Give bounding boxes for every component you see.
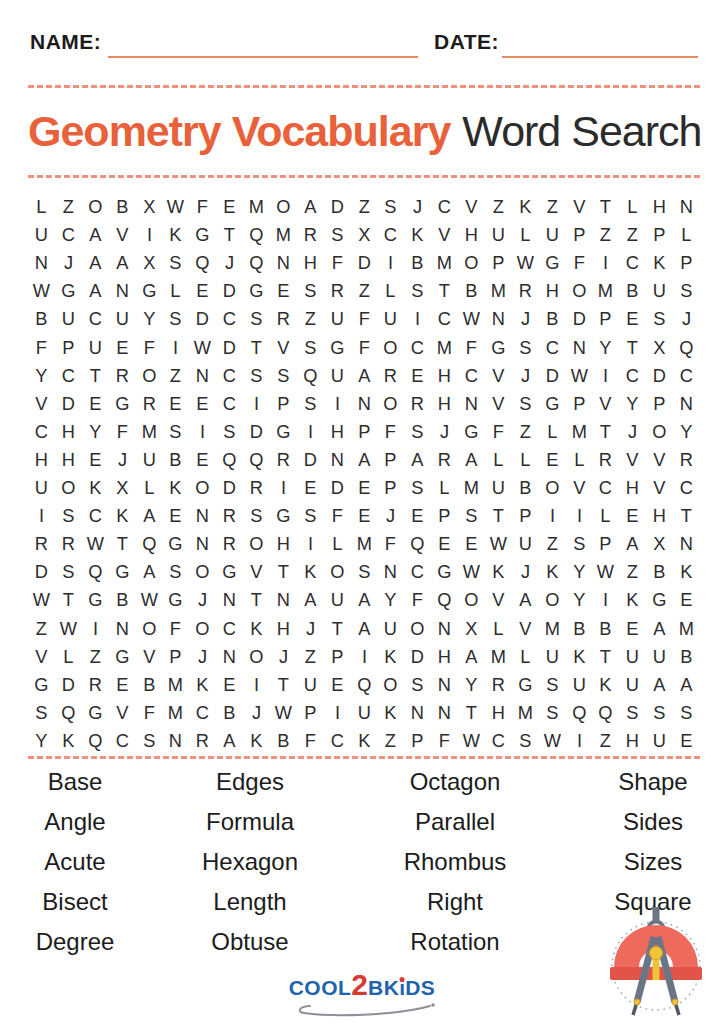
- grid-cell[interactable]: S: [674, 699, 700, 727]
- grid-cell[interactable]: S: [674, 277, 700, 305]
- grid-cell[interactable]: O: [136, 615, 162, 643]
- grid-cell[interactable]: E: [674, 586, 700, 614]
- grid-cell[interactable]: U: [29, 221, 55, 249]
- grid-cell[interactable]: H: [620, 727, 646, 755]
- grid-cell[interactable]: F: [136, 334, 162, 362]
- grid-cell[interactable]: G: [459, 418, 485, 446]
- grid-cell[interactable]: T: [244, 586, 270, 614]
- grid-cell[interactable]: H: [647, 502, 673, 530]
- grid-cell[interactable]: Z: [351, 277, 377, 305]
- grid-cell[interactable]: H: [55, 418, 81, 446]
- grid-cell[interactable]: N: [459, 390, 485, 418]
- grid-cell[interactable]: X: [647, 334, 673, 362]
- grid-cell[interactable]: S: [55, 558, 81, 586]
- grid-cell[interactable]: M: [163, 699, 189, 727]
- grid-cell[interactable]: D: [55, 671, 81, 699]
- grid-cell[interactable]: D: [324, 474, 350, 502]
- grid-cell[interactable]: S: [405, 277, 431, 305]
- grid-cell[interactable]: T: [593, 643, 619, 671]
- grid-cell[interactable]: V: [29, 643, 55, 671]
- grid-cell[interactable]: E: [190, 277, 216, 305]
- grid-cell[interactable]: X: [109, 474, 135, 502]
- grid-cell[interactable]: N: [566, 334, 592, 362]
- grid-cell[interactable]: B: [459, 277, 485, 305]
- grid-cell[interactable]: B: [539, 305, 565, 333]
- grid-cell[interactable]: X: [647, 530, 673, 558]
- grid-cell[interactable]: C: [217, 615, 243, 643]
- grid-cell[interactable]: S: [217, 418, 243, 446]
- grid-cell[interactable]: J: [512, 558, 538, 586]
- grid-cell[interactable]: K: [55, 727, 81, 755]
- grid-cell[interactable]: N: [432, 615, 458, 643]
- grid-cell[interactable]: R: [485, 671, 511, 699]
- grid-cell[interactable]: P: [485, 249, 511, 277]
- grid-cell[interactable]: B: [405, 249, 431, 277]
- grid-cell[interactable]: C: [190, 699, 216, 727]
- grid-cell[interactable]: E: [297, 474, 323, 502]
- grid-cell[interactable]: G: [217, 558, 243, 586]
- grid-cell[interactable]: Y: [29, 362, 55, 390]
- grid-cell[interactable]: B: [593, 615, 619, 643]
- grid-cell[interactable]: L: [485, 615, 511, 643]
- grid-cell[interactable]: A: [405, 446, 431, 474]
- grid-cell[interactable]: U: [136, 446, 162, 474]
- grid-cell[interactable]: P: [163, 643, 189, 671]
- grid-cell[interactable]: S: [244, 502, 270, 530]
- grid-cell[interactable]: P: [647, 221, 673, 249]
- grid-cell[interactable]: H: [270, 615, 296, 643]
- grid-cell[interactable]: W: [539, 727, 565, 755]
- grid-cell[interactable]: I: [244, 390, 270, 418]
- grid-cell[interactable]: A: [136, 558, 162, 586]
- grid-cell[interactable]: M: [244, 193, 270, 221]
- grid-cell[interactable]: C: [217, 305, 243, 333]
- grid-cell[interactable]: E: [351, 474, 377, 502]
- grid-cell[interactable]: Y: [459, 671, 485, 699]
- grid-cell[interactable]: I: [136, 221, 162, 249]
- grid-cell[interactable]: E: [163, 390, 189, 418]
- grid-cell[interactable]: A: [674, 671, 700, 699]
- grid-cell[interactable]: P: [405, 727, 431, 755]
- grid-cell[interactable]: L: [324, 530, 350, 558]
- grid-cell[interactable]: V: [566, 193, 592, 221]
- grid-cell[interactable]: T: [485, 502, 511, 530]
- grid-cell[interactable]: M: [163, 671, 189, 699]
- grid-cell[interactable]: P: [55, 334, 81, 362]
- grid-cell[interactable]: F: [324, 249, 350, 277]
- grid-cell[interactable]: E: [82, 390, 108, 418]
- grid-cell[interactable]: A: [459, 446, 485, 474]
- grid-cell[interactable]: H: [55, 446, 81, 474]
- grid-cell[interactable]: L: [620, 193, 646, 221]
- grid-cell[interactable]: H: [459, 221, 485, 249]
- grid-cell[interactable]: K: [378, 643, 404, 671]
- grid-cell[interactable]: R: [297, 221, 323, 249]
- grid-cell[interactable]: V: [593, 390, 619, 418]
- grid-cell[interactable]: Q: [244, 221, 270, 249]
- grid-cell[interactable]: U: [539, 643, 565, 671]
- grid-cell[interactable]: N: [270, 249, 296, 277]
- grid-cell[interactable]: R: [378, 362, 404, 390]
- grid-cell[interactable]: S: [405, 671, 431, 699]
- grid-cell[interactable]: M: [432, 334, 458, 362]
- grid-cell[interactable]: P: [432, 502, 458, 530]
- grid-cell[interactable]: T: [82, 362, 108, 390]
- grid-cell[interactable]: J: [190, 643, 216, 671]
- grid-cell[interactable]: V: [109, 699, 135, 727]
- grid-cell[interactable]: S: [244, 305, 270, 333]
- grid-cell[interactable]: R: [270, 446, 296, 474]
- grid-cell[interactable]: N: [674, 530, 700, 558]
- grid-cell[interactable]: I: [566, 502, 592, 530]
- grid-cell[interactable]: R: [29, 530, 55, 558]
- grid-cell[interactable]: L: [163, 277, 189, 305]
- grid-cell[interactable]: X: [136, 193, 162, 221]
- grid-cell[interactable]: H: [432, 390, 458, 418]
- grid-cell[interactable]: U: [647, 277, 673, 305]
- grid-cell[interactable]: I: [324, 699, 350, 727]
- grid-cell[interactable]: Z: [82, 643, 108, 671]
- grid-cell[interactable]: J: [512, 305, 538, 333]
- grid-cell[interactable]: R: [270, 305, 296, 333]
- grid-cell[interactable]: F: [566, 249, 592, 277]
- grid-cell[interactable]: T: [459, 699, 485, 727]
- grid-cell[interactable]: E: [432, 530, 458, 558]
- grid-cell[interactable]: O: [566, 277, 592, 305]
- grid-cell[interactable]: V: [459, 193, 485, 221]
- grid-cell[interactable]: F: [136, 699, 162, 727]
- grid-cell[interactable]: T: [593, 418, 619, 446]
- grid-cell[interactable]: B: [620, 277, 646, 305]
- grid-cell[interactable]: S: [539, 671, 565, 699]
- grid-cell[interactable]: N: [405, 699, 431, 727]
- grid-cell[interactable]: V: [109, 221, 135, 249]
- grid-cell[interactable]: W: [459, 558, 485, 586]
- grid-cell[interactable]: Z: [55, 193, 81, 221]
- grid-cell[interactable]: H: [324, 418, 350, 446]
- grid-cell[interactable]: E: [163, 502, 189, 530]
- grid-cell[interactable]: S: [163, 249, 189, 277]
- grid-cell[interactable]: V: [29, 390, 55, 418]
- grid-cell[interactable]: L: [512, 221, 538, 249]
- grid-cell[interactable]: C: [539, 334, 565, 362]
- grid-cell[interactable]: D: [217, 334, 243, 362]
- grid-cell[interactable]: C: [217, 390, 243, 418]
- grid-cell[interactable]: P: [378, 474, 404, 502]
- grid-cell[interactable]: M: [593, 277, 619, 305]
- grid-cell[interactable]: V: [485, 586, 511, 614]
- grid-cell[interactable]: G: [270, 502, 296, 530]
- grid-cell[interactable]: Q: [244, 249, 270, 277]
- grid-cell[interactable]: I: [405, 305, 431, 333]
- grid-cell[interactable]: D: [217, 277, 243, 305]
- grid-cell[interactable]: F: [297, 727, 323, 755]
- grid-cell[interactable]: R: [674, 446, 700, 474]
- grid-cell[interactable]: R: [244, 474, 270, 502]
- grid-cell[interactable]: E: [674, 727, 700, 755]
- grid-cell[interactable]: P: [351, 418, 377, 446]
- grid-cell[interactable]: N: [324, 446, 350, 474]
- grid-cell[interactable]: V: [647, 446, 673, 474]
- grid-cell[interactable]: O: [190, 474, 216, 502]
- grid-cell[interactable]: N: [217, 643, 243, 671]
- grid-cell[interactable]: C: [29, 418, 55, 446]
- grid-cell[interactable]: R: [405, 390, 431, 418]
- grid-cell[interactable]: T: [217, 221, 243, 249]
- grid-cell[interactable]: R: [324, 277, 350, 305]
- grid-cell[interactable]: Q: [82, 558, 108, 586]
- grid-cell[interactable]: C: [82, 502, 108, 530]
- grid-cell[interactable]: U: [297, 671, 323, 699]
- grid-cell[interactable]: O: [378, 390, 404, 418]
- grid-cell[interactable]: J: [432, 418, 458, 446]
- grid-cell[interactable]: Y: [378, 586, 404, 614]
- grid-cell[interactable]: N: [190, 362, 216, 390]
- grid-cell[interactable]: N: [674, 193, 700, 221]
- grid-cell[interactable]: R: [190, 727, 216, 755]
- grid-cell[interactable]: S: [512, 334, 538, 362]
- grid-cell[interactable]: N: [378, 558, 404, 586]
- grid-cell[interactable]: Z: [593, 221, 619, 249]
- grid-cell[interactable]: L: [539, 418, 565, 446]
- grid-cell[interactable]: B: [270, 727, 296, 755]
- grid-cell[interactable]: U: [620, 671, 646, 699]
- grid-cell[interactable]: R: [432, 446, 458, 474]
- grid-cell[interactable]: N: [351, 390, 377, 418]
- grid-cell[interactable]: T: [109, 530, 135, 558]
- grid-cell[interactable]: P: [593, 305, 619, 333]
- grid-cell[interactable]: L: [512, 446, 538, 474]
- grid-cell[interactable]: L: [593, 502, 619, 530]
- grid-cell[interactable]: K: [485, 558, 511, 586]
- grid-cell[interactable]: C: [593, 474, 619, 502]
- grid-cell[interactable]: L: [566, 446, 592, 474]
- grid-cell[interactable]: Z: [620, 221, 646, 249]
- grid-cell[interactable]: M: [432, 249, 458, 277]
- grid-cell[interactable]: I: [29, 502, 55, 530]
- grid-cell[interactable]: I: [297, 418, 323, 446]
- grid-cell[interactable]: G: [485, 334, 511, 362]
- grid-cell[interactable]: S: [297, 334, 323, 362]
- grid-cell[interactable]: S: [324, 221, 350, 249]
- grid-cell[interactable]: V: [270, 334, 296, 362]
- grid-cell[interactable]: G: [163, 530, 189, 558]
- grid-cell[interactable]: E: [82, 446, 108, 474]
- grid-cell[interactable]: J: [405, 193, 431, 221]
- grid-cell[interactable]: X: [459, 615, 485, 643]
- grid-cell[interactable]: M: [351, 530, 377, 558]
- grid-cell[interactable]: L: [378, 277, 404, 305]
- grid-cell[interactable]: N: [163, 727, 189, 755]
- grid-cell[interactable]: E: [620, 305, 646, 333]
- grid-cell[interactable]: F: [485, 418, 511, 446]
- grid-cell[interactable]: O: [647, 418, 673, 446]
- grid-cell[interactable]: C: [82, 305, 108, 333]
- grid-cell[interactable]: J: [217, 249, 243, 277]
- grid-cell[interactable]: B: [29, 305, 55, 333]
- grid-cell[interactable]: T: [432, 277, 458, 305]
- grid-cell[interactable]: U: [351, 699, 377, 727]
- grid-cell[interactable]: U: [620, 643, 646, 671]
- grid-cell[interactable]: C: [324, 727, 350, 755]
- grid-cell[interactable]: C: [485, 727, 511, 755]
- grid-cell[interactable]: B: [109, 586, 135, 614]
- grid-cell[interactable]: I: [190, 418, 216, 446]
- grid-cell[interactable]: C: [674, 474, 700, 502]
- grid-cell[interactable]: W: [270, 699, 296, 727]
- grid-cell[interactable]: G: [109, 390, 135, 418]
- grid-cell[interactable]: P: [324, 643, 350, 671]
- grid-cell[interactable]: S: [647, 305, 673, 333]
- grid-cell[interactable]: R: [82, 671, 108, 699]
- grid-cell[interactable]: G: [190, 221, 216, 249]
- grid-cell[interactable]: E: [620, 502, 646, 530]
- grid-cell[interactable]: E: [217, 193, 243, 221]
- grid-cell[interactable]: D: [190, 305, 216, 333]
- grid-cell[interactable]: R: [217, 502, 243, 530]
- grid-cell[interactable]: C: [620, 362, 646, 390]
- grid-cell[interactable]: U: [29, 474, 55, 502]
- grid-cell[interactable]: S: [163, 418, 189, 446]
- grid-cell[interactable]: I: [82, 615, 108, 643]
- grid-cell[interactable]: H: [29, 446, 55, 474]
- grid-cell[interactable]: J: [270, 643, 296, 671]
- grid-cell[interactable]: X: [136, 249, 162, 277]
- grid-cell[interactable]: D: [647, 362, 673, 390]
- grid-cell[interactable]: A: [217, 727, 243, 755]
- grid-cell[interactable]: B: [217, 699, 243, 727]
- grid-cell[interactable]: Y: [593, 334, 619, 362]
- grid-cell[interactable]: C: [405, 558, 431, 586]
- grid-cell[interactable]: Z: [29, 615, 55, 643]
- grid-cell[interactable]: L: [55, 643, 81, 671]
- grid-cell[interactable]: O: [405, 615, 431, 643]
- grid-cell[interactable]: M: [485, 277, 511, 305]
- grid-cell[interactable]: Y: [566, 586, 592, 614]
- grid-cell[interactable]: L: [29, 193, 55, 221]
- grid-cell[interactable]: L: [512, 643, 538, 671]
- grid-cell[interactable]: W: [82, 530, 108, 558]
- grid-cell[interactable]: Y: [82, 418, 108, 446]
- grid-cell[interactable]: B: [109, 193, 135, 221]
- grid-cell[interactable]: F: [190, 193, 216, 221]
- grid-cell[interactable]: O: [539, 586, 565, 614]
- grid-cell[interactable]: A: [297, 586, 323, 614]
- grid-cell[interactable]: U: [485, 221, 511, 249]
- grid-cell[interactable]: H: [432, 643, 458, 671]
- grid-cell[interactable]: O: [539, 474, 565, 502]
- grid-cell[interactable]: W: [593, 558, 619, 586]
- grid-cell[interactable]: A: [109, 249, 135, 277]
- grid-cell[interactable]: S: [405, 474, 431, 502]
- grid-cell[interactable]: K: [647, 249, 673, 277]
- grid-cell[interactable]: P: [566, 390, 592, 418]
- grid-cell[interactable]: N: [190, 530, 216, 558]
- grid-cell[interactable]: U: [324, 305, 350, 333]
- grid-cell[interactable]: O: [324, 558, 350, 586]
- grid-cell[interactable]: F: [163, 615, 189, 643]
- grid-cell[interactable]: F: [405, 586, 431, 614]
- grid-cell[interactable]: K: [190, 671, 216, 699]
- grid-cell[interactable]: Y: [136, 305, 162, 333]
- grid-cell[interactable]: H: [297, 249, 323, 277]
- grid-cell[interactable]: Q: [593, 699, 619, 727]
- grid-cell[interactable]: Q: [55, 699, 81, 727]
- grid-cell[interactable]: V: [620, 446, 646, 474]
- grid-cell[interactable]: A: [136, 502, 162, 530]
- grid-cell[interactable]: V: [485, 362, 511, 390]
- grid-cell[interactable]: N: [29, 249, 55, 277]
- grid-cell[interactable]: P: [297, 699, 323, 727]
- grid-cell[interactable]: K: [378, 699, 404, 727]
- grid-cell[interactable]: N: [674, 390, 700, 418]
- grid-cell[interactable]: T: [620, 334, 646, 362]
- grid-cell[interactable]: L: [485, 446, 511, 474]
- grid-cell[interactable]: L: [432, 474, 458, 502]
- grid-cell[interactable]: S: [539, 699, 565, 727]
- grid-cell[interactable]: C: [432, 305, 458, 333]
- grid-cell[interactable]: T: [244, 334, 270, 362]
- grid-cell[interactable]: K: [351, 727, 377, 755]
- grid-cell[interactable]: T: [324, 615, 350, 643]
- grid-cell[interactable]: W: [485, 530, 511, 558]
- grid-cell[interactable]: P: [647, 390, 673, 418]
- grid-cell[interactable]: H: [485, 699, 511, 727]
- grid-cell[interactable]: S: [136, 727, 162, 755]
- grid-cell[interactable]: N: [109, 277, 135, 305]
- grid-cell[interactable]: M: [136, 418, 162, 446]
- grid-cell[interactable]: N: [432, 699, 458, 727]
- grid-cell[interactable]: S: [405, 418, 431, 446]
- grid-cell[interactable]: Y: [620, 390, 646, 418]
- grid-cell[interactable]: G: [109, 643, 135, 671]
- grid-cell[interactable]: S: [566, 530, 592, 558]
- grid-cell[interactable]: A: [351, 615, 377, 643]
- grid-cell[interactable]: R: [593, 446, 619, 474]
- grid-cell[interactable]: F: [324, 502, 350, 530]
- grid-cell[interactable]: A: [351, 586, 377, 614]
- grid-cell[interactable]: S: [351, 558, 377, 586]
- grid-cell[interactable]: I: [539, 502, 565, 530]
- grid-cell[interactable]: C: [432, 193, 458, 221]
- grid-cell[interactable]: C: [378, 221, 404, 249]
- grid-cell[interactable]: O: [378, 334, 404, 362]
- grid-cell[interactable]: C: [620, 249, 646, 277]
- grid-cell[interactable]: C: [405, 334, 431, 362]
- grid-cell[interactable]: Z: [297, 305, 323, 333]
- grid-cell[interactable]: U: [539, 221, 565, 249]
- grid-cell[interactable]: U: [324, 586, 350, 614]
- grid-cell[interactable]: G: [512, 671, 538, 699]
- grid-cell[interactable]: W: [566, 362, 592, 390]
- name-line[interactable]: [108, 55, 418, 58]
- grid-cell[interactable]: F: [351, 305, 377, 333]
- grid-cell[interactable]: J: [378, 502, 404, 530]
- grid-cell[interactable]: M: [485, 643, 511, 671]
- grid-cell[interactable]: I: [593, 586, 619, 614]
- grid-cell[interactable]: Z: [512, 418, 538, 446]
- grid-cell[interactable]: A: [82, 221, 108, 249]
- grid-cell[interactable]: D: [244, 418, 270, 446]
- grid-cell[interactable]: G: [29, 671, 55, 699]
- grid-cell[interactable]: A: [647, 615, 673, 643]
- grid-cell[interactable]: P: [512, 502, 538, 530]
- grid-cell[interactable]: A: [459, 643, 485, 671]
- grid-cell[interactable]: N: [485, 305, 511, 333]
- grid-cell[interactable]: B: [512, 474, 538, 502]
- grid-cell[interactable]: J: [109, 446, 135, 474]
- grid-cell[interactable]: B: [136, 671, 162, 699]
